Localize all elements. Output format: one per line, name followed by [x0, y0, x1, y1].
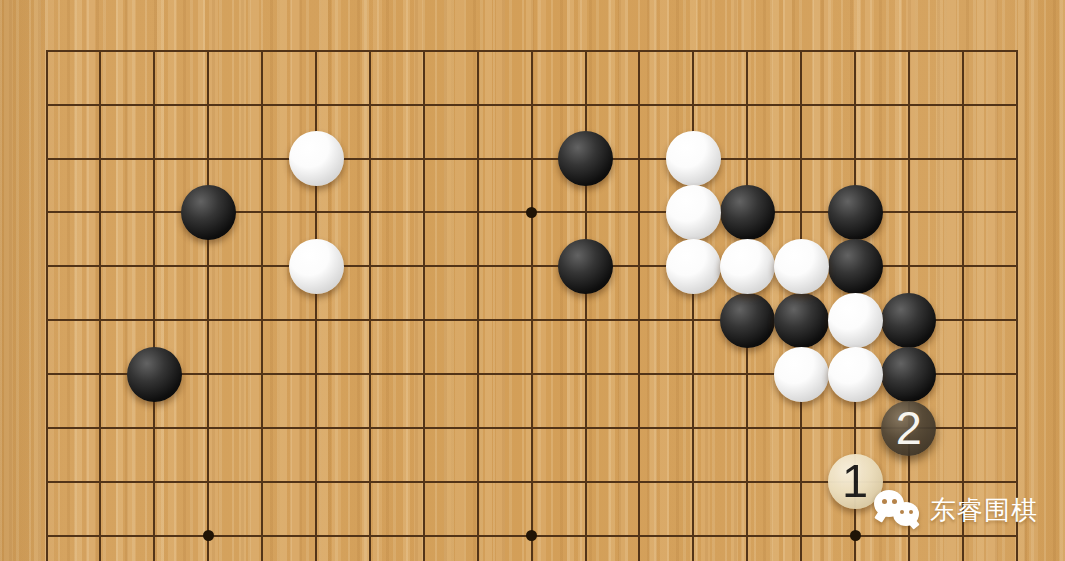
white-stone — [666, 185, 721, 240]
grid-line — [1016, 50, 1018, 561]
watermark-text: 东睿围棋 — [930, 493, 1038, 528]
black-stone — [127, 347, 182, 402]
white-stone — [828, 347, 883, 402]
black-stone — [720, 185, 775, 240]
white-stone — [720, 239, 775, 294]
grid-line — [369, 50, 371, 561]
grid-line — [477, 50, 479, 561]
grid-line — [153, 50, 155, 561]
star-point — [850, 530, 861, 541]
wechat-eye — [900, 510, 904, 514]
white-stone — [666, 239, 721, 294]
black-stone — [720, 293, 775, 348]
grid-line — [46, 50, 48, 561]
star-point — [526, 207, 537, 218]
black-stone — [181, 185, 236, 240]
go-board-screenshot: 12 东睿围棋 — [0, 0, 1065, 561]
move-number-label: 2 — [896, 404, 922, 451]
wechat-eye — [909, 510, 913, 514]
wechat-icon — [869, 487, 921, 533]
white-stone — [666, 131, 721, 186]
grid-line — [99, 50, 101, 561]
grid-line — [46, 104, 1018, 106]
wechat-eye — [882, 499, 887, 504]
grid-line — [585, 50, 587, 561]
grid-line — [46, 50, 1018, 52]
grid-line — [692, 50, 694, 561]
white-stone — [828, 293, 883, 348]
watermark: 东睿围棋 — [869, 487, 1038, 533]
white-stone — [774, 239, 829, 294]
grid-line — [315, 50, 317, 561]
white-stone — [774, 347, 829, 402]
white-stone — [289, 131, 344, 186]
grid-line — [261, 50, 263, 561]
grid-line — [46, 158, 1018, 160]
black-stone — [881, 347, 936, 402]
black-stone — [774, 293, 829, 348]
star-point — [526, 530, 537, 541]
black-stone — [558, 131, 613, 186]
grid-line — [207, 50, 209, 561]
white-stone — [289, 239, 344, 294]
move-number-label: 1 — [842, 457, 868, 504]
grid-line — [423, 50, 425, 561]
black-stone — [828, 185, 883, 240]
black-stone — [881, 293, 936, 348]
black-stone — [828, 239, 883, 294]
grid-line — [46, 427, 1018, 429]
move-2-stone: 2 — [881, 401, 936, 456]
grid-line — [962, 50, 964, 561]
black-stone — [558, 239, 613, 294]
grid-line — [638, 50, 640, 561]
star-point — [203, 530, 214, 541]
grid-line — [531, 50, 533, 561]
wechat-eye — [892, 499, 897, 504]
